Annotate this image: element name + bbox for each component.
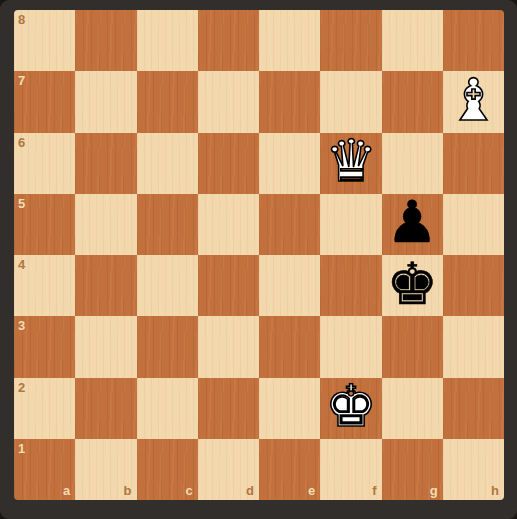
square-f6[interactable]: ♛ (320, 133, 381, 194)
rank-label-7: 7 (18, 74, 25, 87)
square-a7[interactable]: 7 (14, 71, 75, 132)
chess-board: 87♝6♛5♟4♚32♚1abcdefgh (14, 10, 504, 500)
square-b2[interactable] (75, 378, 136, 439)
square-d1[interactable]: d (198, 439, 259, 500)
square-b8[interactable] (75, 10, 136, 71)
file-label-f: f (372, 484, 376, 497)
rank-label-4: 4 (18, 258, 25, 271)
black-pawn-piece[interactable]: ♟ (386, 193, 438, 251)
board-frame: 87♝6♛5♟4♚32♚1abcdefgh (0, 0, 517, 519)
square-a3[interactable]: 3 (14, 316, 75, 377)
square-e7[interactable] (259, 71, 320, 132)
file-label-a: a (63, 484, 70, 497)
rank-label-1: 1 (18, 442, 25, 455)
square-d2[interactable] (198, 378, 259, 439)
file-label-h: h (491, 484, 499, 497)
square-b7[interactable] (75, 71, 136, 132)
square-c5[interactable] (137, 194, 198, 255)
square-f3[interactable] (320, 316, 381, 377)
square-f4[interactable] (320, 255, 381, 316)
square-g7[interactable] (382, 71, 443, 132)
square-g6[interactable] (382, 133, 443, 194)
white-king-piece[interactable]: ♚ (325, 377, 377, 435)
square-d6[interactable] (198, 133, 259, 194)
square-h3[interactable] (443, 316, 504, 377)
square-a5[interactable]: 5 (14, 194, 75, 255)
square-g4[interactable]: ♚ (382, 255, 443, 316)
square-e8[interactable] (259, 10, 320, 71)
square-e6[interactable] (259, 133, 320, 194)
square-f2[interactable]: ♚ (320, 378, 381, 439)
square-f5[interactable] (320, 194, 381, 255)
square-b3[interactable] (75, 316, 136, 377)
rank-label-8: 8 (18, 13, 25, 26)
square-c2[interactable] (137, 378, 198, 439)
square-d5[interactable] (198, 194, 259, 255)
square-h4[interactable] (443, 255, 504, 316)
square-a8[interactable]: 8 (14, 10, 75, 71)
rank-label-5: 5 (18, 197, 25, 210)
square-h1[interactable]: h (443, 439, 504, 500)
square-b1[interactable]: b (75, 439, 136, 500)
square-b5[interactable] (75, 194, 136, 255)
rank-label-6: 6 (18, 136, 25, 149)
square-b6[interactable] (75, 133, 136, 194)
file-label-c: c (186, 484, 193, 497)
square-g2[interactable] (382, 378, 443, 439)
square-g1[interactable]: g (382, 439, 443, 500)
square-a2[interactable]: 2 (14, 378, 75, 439)
square-c4[interactable] (137, 255, 198, 316)
square-d4[interactable] (198, 255, 259, 316)
square-h7[interactable]: ♝ (443, 71, 504, 132)
file-label-e: e (308, 484, 315, 497)
square-g5[interactable]: ♟ (382, 194, 443, 255)
square-c3[interactable] (137, 316, 198, 377)
square-c1[interactable]: c (137, 439, 198, 500)
file-label-d: d (246, 484, 254, 497)
square-h6[interactable] (443, 133, 504, 194)
file-label-b: b (124, 484, 132, 497)
square-a1[interactable]: 1a (14, 439, 75, 500)
black-king-piece[interactable]: ♚ (386, 255, 438, 313)
square-e3[interactable] (259, 316, 320, 377)
file-label-g: g (430, 484, 438, 497)
white-bishop-piece[interactable]: ♝ (447, 71, 499, 129)
square-a4[interactable]: 4 (14, 255, 75, 316)
square-b4[interactable] (75, 255, 136, 316)
square-h5[interactable] (443, 194, 504, 255)
white-queen-piece[interactable]: ♛ (325, 132, 377, 190)
rank-label-3: 3 (18, 319, 25, 332)
rank-label-2: 2 (18, 381, 25, 394)
square-e2[interactable] (259, 378, 320, 439)
square-f7[interactable] (320, 71, 381, 132)
square-h2[interactable] (443, 378, 504, 439)
square-f8[interactable] (320, 10, 381, 71)
square-h8[interactable] (443, 10, 504, 71)
square-e4[interactable] (259, 255, 320, 316)
square-d7[interactable] (198, 71, 259, 132)
square-f1[interactable]: f (320, 439, 381, 500)
square-d3[interactable] (198, 316, 259, 377)
square-c8[interactable] (137, 10, 198, 71)
square-c7[interactable] (137, 71, 198, 132)
square-e5[interactable] (259, 194, 320, 255)
square-d8[interactable] (198, 10, 259, 71)
square-a6[interactable]: 6 (14, 133, 75, 194)
square-c6[interactable] (137, 133, 198, 194)
square-g3[interactable] (382, 316, 443, 377)
square-e1[interactable]: e (259, 439, 320, 500)
square-g8[interactable] (382, 10, 443, 71)
